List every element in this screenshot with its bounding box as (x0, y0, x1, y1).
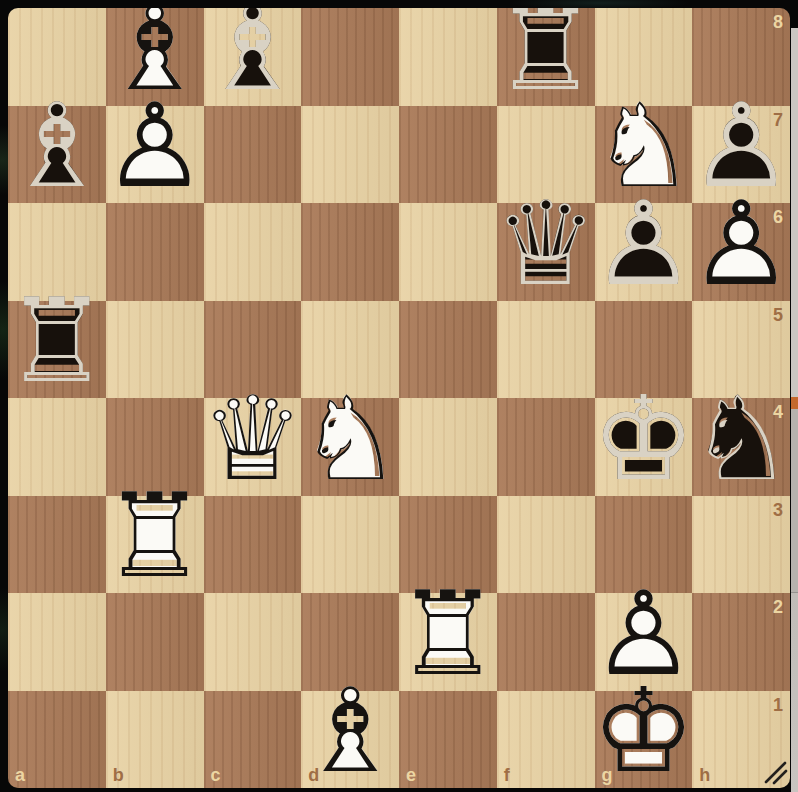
square-f3[interactable] (497, 496, 595, 594)
square-b2[interactable] (106, 593, 204, 691)
square-e7[interactable] (399, 106, 497, 204)
piece-black-king[interactable]: ♚♔ (595, 398, 693, 496)
piece-black-rook[interactable]: ♜♖ (8, 301, 106, 399)
square-e6[interactable] (399, 203, 497, 301)
square-b1[interactable]: b (106, 691, 204, 789)
square-c1[interactable]: c (204, 691, 302, 789)
square-c3[interactable] (204, 496, 302, 594)
file-label-c: c (211, 766, 221, 784)
pawn-outline-icon: ♙ (595, 195, 693, 293)
piece-white-rook[interactable]: ♜♖ (106, 496, 204, 594)
square-b6[interactable] (106, 203, 204, 301)
app-window: ♝♗♝♗♜♖8♝♗♟♙♞♘7♟♙♛♕♟♙6♟♙♜♖5♛♕♞♘♚♔4♞♘♜♖3♜♖… (0, 0, 798, 792)
piece-white-pawn[interactable]: ♟♙ (106, 106, 204, 204)
square-c7[interactable] (204, 106, 302, 204)
square-h3[interactable]: 3 (692, 496, 790, 594)
square-d3[interactable] (301, 496, 399, 594)
knight-outline-icon: ♘ (301, 390, 399, 488)
square-b3[interactable]: ♜♖ (106, 496, 204, 594)
rook-outline-icon: ♖ (8, 293, 106, 391)
square-b5[interactable] (106, 301, 204, 399)
square-g6[interactable]: ♟♙ (595, 203, 693, 301)
scrollbar-marker (791, 397, 798, 409)
square-f5[interactable] (497, 301, 595, 399)
square-a3[interactable] (8, 496, 106, 594)
square-h2[interactable]: 2 (692, 593, 790, 691)
pawn-outline-icon: ♙ (692, 195, 790, 293)
square-e1[interactable]: e (399, 691, 497, 789)
piece-white-pawn[interactable]: ♟♙ (692, 203, 790, 301)
square-g1[interactable]: g♚♔ (595, 691, 693, 789)
square-c2[interactable] (204, 593, 302, 691)
bishop-outline-icon: ♗ (301, 683, 399, 781)
square-a2[interactable] (8, 593, 106, 691)
square-f2[interactable] (497, 593, 595, 691)
piece-white-king[interactable]: ♚♔ (595, 691, 693, 789)
scrollbar[interactable] (791, 28, 798, 792)
piece-black-bishop[interactable]: ♝♗ (8, 106, 106, 204)
square-a4[interactable] (8, 398, 106, 496)
piece-white-bishop[interactable]: ♝♗ (301, 691, 399, 789)
square-c4[interactable]: ♛♕ (204, 398, 302, 496)
rook-outline-icon: ♖ (106, 488, 204, 586)
resize-grip-icon[interactable] (764, 761, 788, 785)
square-c6[interactable] (204, 203, 302, 301)
piece-black-pawn[interactable]: ♟♙ (595, 203, 693, 301)
piece-black-knight[interactable]: ♞♘ (692, 398, 790, 496)
piece-black-queen[interactable]: ♛♕ (497, 203, 595, 301)
square-d8[interactable] (301, 8, 399, 106)
file-label-e: e (406, 766, 416, 784)
piece-white-rook[interactable]: ♜♖ (399, 593, 497, 691)
rook-outline-icon: ♖ (497, 8, 595, 98)
king-outline-icon: ♔ (595, 683, 693, 781)
file-label-h: h (699, 766, 710, 784)
square-b7[interactable]: ♟♙ (106, 106, 204, 204)
square-e5[interactable] (399, 301, 497, 399)
knight-outline-icon: ♘ (692, 390, 790, 488)
square-f4[interactable] (497, 398, 595, 496)
square-d7[interactable] (301, 106, 399, 204)
pawn-outline-icon: ♙ (106, 98, 204, 196)
square-a7[interactable]: ♝♗ (8, 106, 106, 204)
file-label-f: f (504, 766, 510, 784)
square-d6[interactable] (301, 203, 399, 301)
square-h6[interactable]: 6♟♙ (692, 203, 790, 301)
square-e8[interactable] (399, 8, 497, 106)
file-label-a: a (15, 766, 25, 784)
piece-white-queen[interactable]: ♛♕ (204, 398, 302, 496)
rank-label-1: 1 (773, 696, 783, 714)
rank-label-2: 2 (773, 598, 783, 616)
bishop-outline-icon: ♗ (204, 8, 302, 98)
bishop-outline-icon: ♗ (8, 98, 106, 196)
rank-label-8: 8 (773, 13, 783, 31)
queen-outline-icon: ♕ (204, 390, 302, 488)
square-d1[interactable]: d♝♗ (301, 691, 399, 789)
square-f6[interactable]: ♛♕ (497, 203, 595, 301)
file-label-b: b (113, 766, 124, 784)
scrollbar-seam (791, 592, 798, 593)
square-e2[interactable]: ♜♖ (399, 593, 497, 691)
square-h4[interactable]: 4♞♘ (692, 398, 790, 496)
piece-black-rook[interactable]: ♜♖ (497, 8, 595, 106)
rook-outline-icon: ♖ (399, 585, 497, 683)
piece-white-knight[interactable]: ♞♘ (301, 398, 399, 496)
square-a5[interactable]: ♜♖ (8, 301, 106, 399)
square-d4[interactable]: ♞♘ (301, 398, 399, 496)
piece-black-bishop[interactable]: ♝♗ (204, 8, 302, 106)
square-f8[interactable]: ♜♖ (497, 8, 595, 106)
square-e4[interactable] (399, 398, 497, 496)
chess-board: ♝♗♝♗♜♖8♝♗♟♙♞♘7♟♙♛♕♟♙6♟♙♜♖5♛♕♞♘♚♔4♞♘♜♖3♜♖… (8, 8, 790, 788)
square-a1[interactable]: a (8, 691, 106, 789)
square-c8[interactable]: ♝♗ (204, 8, 302, 106)
square-f1[interactable]: f (497, 691, 595, 789)
square-g4[interactable]: ♚♔ (595, 398, 693, 496)
king-outline-icon: ♔ (595, 390, 693, 488)
queen-outline-icon: ♕ (497, 195, 595, 293)
